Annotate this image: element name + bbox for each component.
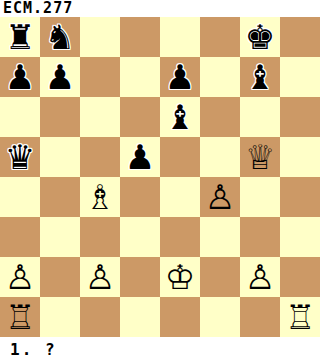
square-h5[interactable] [280, 137, 320, 177]
square-g6[interactable] [240, 97, 280, 137]
piece-black-king[interactable]: ♚ [240, 17, 280, 57]
square-e5[interactable] [160, 137, 200, 177]
square-f7[interactable] [200, 57, 240, 97]
square-c6[interactable] [80, 97, 120, 137]
square-h3[interactable] [280, 217, 320, 257]
square-g8[interactable]: ♚ [240, 17, 280, 57]
piece-white-rook[interactable]: ♖ [280, 297, 320, 337]
square-a1[interactable]: ♖ [0, 297, 40, 337]
square-f6[interactable] [200, 97, 240, 137]
square-f1[interactable] [200, 297, 240, 337]
square-f8[interactable] [200, 17, 240, 57]
piece-white-rook[interactable]: ♖ [0, 297, 40, 337]
piece-white-king[interactable]: ♔ [160, 257, 200, 297]
piece-black-pawn[interactable]: ♟ [40, 57, 80, 97]
square-b6[interactable] [40, 97, 80, 137]
square-c7[interactable] [80, 57, 120, 97]
square-h1[interactable]: ♖ [280, 297, 320, 337]
piece-black-pawn[interactable]: ♟ [0, 57, 40, 97]
square-h8[interactable] [280, 17, 320, 57]
square-b4[interactable] [40, 177, 80, 217]
square-c1[interactable] [80, 297, 120, 337]
piece-black-queen[interactable]: ♛ [0, 137, 40, 177]
square-e8[interactable] [160, 17, 200, 57]
square-f5[interactable] [200, 137, 240, 177]
square-a4[interactable] [0, 177, 40, 217]
square-d5[interactable]: ♟ [120, 137, 160, 177]
piece-white-pawn[interactable]: ♙ [80, 257, 120, 297]
square-b2[interactable] [40, 257, 80, 297]
square-a8[interactable]: ♜ [0, 17, 40, 57]
square-g1[interactable] [240, 297, 280, 337]
square-g4[interactable] [240, 177, 280, 217]
piece-black-bishop[interactable]: ♝ [240, 57, 280, 97]
piece-white-pawn[interactable]: ♙ [200, 177, 240, 217]
piece-white-pawn[interactable]: ♙ [0, 257, 40, 297]
square-g7[interactable]: ♝ [240, 57, 280, 97]
piece-black-rook[interactable]: ♜ [0, 17, 40, 57]
square-g3[interactable] [240, 217, 280, 257]
square-d3[interactable] [120, 217, 160, 257]
square-c5[interactable] [80, 137, 120, 177]
piece-black-knight[interactable]: ♞ [40, 17, 80, 57]
square-d6[interactable] [120, 97, 160, 137]
piece-white-pawn[interactable]: ♙ [240, 257, 280, 297]
piece-white-queen[interactable]: ♕ [240, 137, 280, 177]
chess-diagram-window: ECM.277 ♜♞♚♟♟♟♝♝♛♟♕♗♙♙♙♔♙♖♖ 1. ? [0, 0, 320, 360]
piece-black-pawn[interactable]: ♟ [160, 57, 200, 97]
square-h4[interactable] [280, 177, 320, 217]
square-a2[interactable]: ♙ [0, 257, 40, 297]
square-g2[interactable]: ♙ [240, 257, 280, 297]
square-c8[interactable] [80, 17, 120, 57]
square-e3[interactable] [160, 217, 200, 257]
square-c3[interactable] [80, 217, 120, 257]
square-h7[interactable] [280, 57, 320, 97]
square-c4[interactable]: ♗ [80, 177, 120, 217]
square-e1[interactable] [160, 297, 200, 337]
piece-white-bishop[interactable]: ♗ [80, 177, 120, 217]
square-f2[interactable] [200, 257, 240, 297]
chess-board: ♜♞♚♟♟♟♝♝♛♟♕♗♙♙♙♔♙♖♖ [0, 17, 320, 337]
square-d1[interactable] [120, 297, 160, 337]
square-b3[interactable] [40, 217, 80, 257]
square-h6[interactable] [280, 97, 320, 137]
piece-black-pawn[interactable]: ♟ [120, 137, 160, 177]
square-b1[interactable] [40, 297, 80, 337]
square-d8[interactable] [120, 17, 160, 57]
square-a7[interactable]: ♟ [0, 57, 40, 97]
piece-black-bishop[interactable]: ♝ [160, 97, 200, 137]
square-f4[interactable]: ♙ [200, 177, 240, 217]
square-d2[interactable] [120, 257, 160, 297]
square-h2[interactable] [280, 257, 320, 297]
square-b5[interactable] [40, 137, 80, 177]
square-e7[interactable]: ♟ [160, 57, 200, 97]
square-d4[interactable] [120, 177, 160, 217]
square-f3[interactable] [200, 217, 240, 257]
square-a5[interactable]: ♛ [0, 137, 40, 177]
square-b8[interactable]: ♞ [40, 17, 80, 57]
square-c2[interactable]: ♙ [80, 257, 120, 297]
square-a3[interactable] [0, 217, 40, 257]
square-g5[interactable]: ♕ [240, 137, 280, 177]
diagram-title: ECM.277 [0, 0, 320, 17]
move-prompt: 1. ? [0, 337, 320, 360]
square-e6[interactable]: ♝ [160, 97, 200, 137]
square-b7[interactable]: ♟ [40, 57, 80, 97]
square-a6[interactable] [0, 97, 40, 137]
square-e2[interactable]: ♔ [160, 257, 200, 297]
square-e4[interactable] [160, 177, 200, 217]
square-d7[interactable] [120, 57, 160, 97]
